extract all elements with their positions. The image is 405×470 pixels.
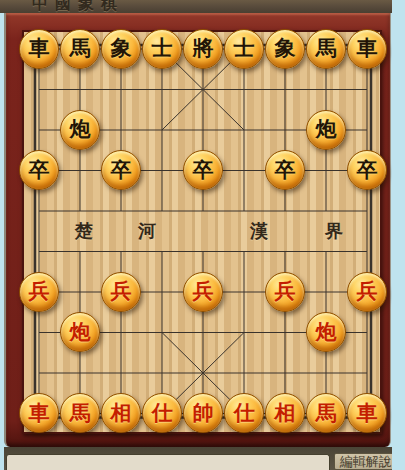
piece-black-soldier[interactable]: 卒 [19,150,59,190]
piece-red-chariot[interactable]: 車 [347,393,387,433]
piece-black-soldier[interactable]: 卒 [265,150,305,190]
page-background: { "game": "xiangqi (Chinese chess)", "po… [0,0,405,470]
piece-black-advisor[interactable]: 士 [224,29,264,69]
piece-red-elephant[interactable]: 相 [265,393,305,433]
piece-black-elephant[interactable]: 象 [265,29,305,69]
piece-black-cannon[interactable]: 炮 [306,110,346,150]
edit-commentary-button[interactable]: 編輯解說 [334,453,398,470]
piece-black-general[interactable]: 將 [183,29,223,69]
piece-red-horse[interactable]: 馬 [306,393,346,433]
piece-red-advisor[interactable]: 仕 [142,393,182,433]
piece-black-soldier[interactable]: 卒 [101,150,141,190]
board-frame: 楚 河 漢 界 車馬象士將士象馬車炮炮卒卒卒卒卒兵兵兵兵兵炮炮車馬相仕帥仕相馬車 [4,13,391,447]
piece-red-advisor[interactable]: 仕 [224,393,264,433]
piece-black-horse[interactable]: 馬 [60,29,100,69]
piece-red-soldier[interactable]: 兵 [101,272,141,312]
piece-red-soldier[interactable]: 兵 [265,272,305,312]
piece-red-soldier[interactable]: 兵 [347,272,387,312]
piece-red-cannon[interactable]: 炮 [306,312,346,352]
status-panel [6,454,330,470]
piece-black-cannon[interactable]: 炮 [60,110,100,150]
page-right-margin [392,0,405,470]
piece-black-horse[interactable]: 馬 [306,29,346,69]
xiangqi-board[interactable]: 楚 河 漢 界 車馬象士將士象馬車炮炮卒卒卒卒卒兵兵兵兵兵炮炮車馬相仕帥仕相馬車 [22,30,382,434]
piece-red-cannon[interactable]: 炮 [60,312,100,352]
piece-red-horse[interactable]: 馬 [60,393,100,433]
piece-black-elephant[interactable]: 象 [101,29,141,69]
piece-black-chariot[interactable]: 車 [347,29,387,69]
piece-red-elephant[interactable]: 相 [101,393,141,433]
piece-red-soldier[interactable]: 兵 [183,272,223,312]
bottom-bar: 編輯解說 [4,447,399,470]
window-title-strip: 中國象棋 [0,0,392,13]
piece-black-chariot[interactable]: 車 [19,29,59,69]
piece-black-advisor[interactable]: 士 [142,29,182,69]
piece-red-soldier[interactable]: 兵 [19,272,59,312]
piece-red-general[interactable]: 帥 [183,393,223,433]
piece-black-soldier[interactable]: 卒 [183,150,223,190]
piece-black-soldier[interactable]: 卒 [347,150,387,190]
app-title: 中國象棋 [0,0,392,13]
piece-grid[interactable]: 車馬象士將士象馬車炮炮卒卒卒卒卒兵兵兵兵兵炮炮車馬相仕帥仕相馬車 [19,29,388,434]
piece-red-chariot[interactable]: 車 [19,393,59,433]
